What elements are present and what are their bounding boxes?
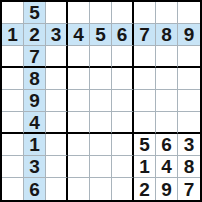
cell-r1c3[interactable] xyxy=(46,2,68,24)
cell-r4c6[interactable] xyxy=(112,68,134,90)
cell-r8c5[interactable] xyxy=(90,156,112,178)
cell-r4c8[interactable] xyxy=(156,68,178,90)
cell-r7c8[interactable]: 6 xyxy=(156,134,178,156)
cell-r8c1[interactable] xyxy=(2,156,24,178)
cell-r4c2[interactable]: 8 xyxy=(24,68,46,90)
cell-r3c5[interactable] xyxy=(90,46,112,68)
cell-r5c1[interactable] xyxy=(2,90,24,112)
cell-r6c3[interactable] xyxy=(46,112,68,134)
cell-r9c9[interactable]: 7 xyxy=(178,178,200,200)
cell-r6c2[interactable]: 4 xyxy=(24,112,46,134)
cell-r5c7[interactable] xyxy=(134,90,156,112)
cell-r9c4[interactable] xyxy=(68,178,90,200)
cell-r2c4[interactable]: 4 xyxy=(68,24,90,46)
cell-r3c2[interactable]: 7 xyxy=(24,46,46,68)
cell-r2c6[interactable]: 6 xyxy=(112,24,134,46)
cell-r4c4[interactable] xyxy=(68,68,90,90)
cell-r4c5[interactable] xyxy=(90,68,112,90)
cell-r8c6[interactable] xyxy=(112,156,134,178)
cell-r8c9[interactable]: 8 xyxy=(178,156,200,178)
cell-r5c6[interactable] xyxy=(112,90,134,112)
cell-r3c1[interactable] xyxy=(2,46,24,68)
cell-r2c1[interactable]: 1 xyxy=(2,24,24,46)
cell-r1c2[interactable]: 5 xyxy=(24,2,46,24)
cell-r6c7[interactable] xyxy=(134,112,156,134)
cell-r6c1[interactable] xyxy=(2,112,24,134)
cell-r8c4[interactable] xyxy=(68,156,90,178)
cell-r3c7[interactable] xyxy=(134,46,156,68)
cell-r5c4[interactable] xyxy=(68,90,90,112)
cell-r7c5[interactable] xyxy=(90,134,112,156)
cell-r7c6[interactable] xyxy=(112,134,134,156)
cell-r7c2[interactable]: 1 xyxy=(24,134,46,156)
cell-r3c6[interactable] xyxy=(112,46,134,68)
cell-r7c1[interactable] xyxy=(2,134,24,156)
cell-r9c3[interactable] xyxy=(46,178,68,200)
cell-r6c4[interactable] xyxy=(68,112,90,134)
cell-r1c7[interactable] xyxy=(134,2,156,24)
cell-r4c3[interactable] xyxy=(46,68,68,90)
cell-r4c9[interactable] xyxy=(178,68,200,90)
cell-r7c4[interactable] xyxy=(68,134,90,156)
cell-r3c4[interactable] xyxy=(68,46,90,68)
cell-r2c7[interactable]: 7 xyxy=(134,24,156,46)
cell-r1c5[interactable] xyxy=(90,2,112,24)
cell-r3c8[interactable] xyxy=(156,46,178,68)
cell-r9c1[interactable] xyxy=(2,178,24,200)
cell-r2c9[interactable]: 9 xyxy=(178,24,200,46)
cell-r9c7[interactable]: 2 xyxy=(134,178,156,200)
cell-r1c9[interactable] xyxy=(178,2,200,24)
cell-r7c9[interactable]: 3 xyxy=(178,134,200,156)
cell-r8c3[interactable] xyxy=(46,156,68,178)
cell-r1c4[interactable] xyxy=(68,2,90,24)
cell-r8c2[interactable]: 3 xyxy=(24,156,46,178)
cell-r6c6[interactable] xyxy=(112,112,134,134)
cell-r1c6[interactable] xyxy=(112,2,134,24)
cell-r9c8[interactable]: 9 xyxy=(156,178,178,200)
cell-r8c8[interactable]: 4 xyxy=(156,156,178,178)
cell-r7c7[interactable]: 5 xyxy=(134,134,156,156)
cell-r2c3[interactable]: 3 xyxy=(46,24,68,46)
cell-r9c5[interactable] xyxy=(90,178,112,200)
cell-r5c5[interactable] xyxy=(90,90,112,112)
cell-r2c2[interactable]: 2 xyxy=(24,24,46,46)
cell-r2c5[interactable]: 5 xyxy=(90,24,112,46)
cell-r5c8[interactable] xyxy=(156,90,178,112)
cell-r3c9[interactable] xyxy=(178,46,200,68)
cell-r7c3[interactable] xyxy=(46,134,68,156)
cell-r1c8[interactable] xyxy=(156,2,178,24)
cell-r5c2[interactable]: 9 xyxy=(24,90,46,112)
cell-r4c1[interactable] xyxy=(2,68,24,90)
cell-r8c7[interactable]: 1 xyxy=(134,156,156,178)
cell-r9c6[interactable] xyxy=(112,178,134,200)
cell-r6c8[interactable] xyxy=(156,112,178,134)
cell-r5c9[interactable] xyxy=(178,90,200,112)
cell-r2c8[interactable]: 8 xyxy=(156,24,178,46)
cell-r9c2[interactable]: 6 xyxy=(24,178,46,200)
cell-r4c7[interactable] xyxy=(134,68,156,90)
sudoku-board: 51234567897894156331486297 xyxy=(0,0,202,202)
cell-r5c3[interactable] xyxy=(46,90,68,112)
cell-r3c3[interactable] xyxy=(46,46,68,68)
cell-r1c1[interactable] xyxy=(2,2,24,24)
cell-r6c9[interactable] xyxy=(178,112,200,134)
cell-r6c5[interactable] xyxy=(90,112,112,134)
